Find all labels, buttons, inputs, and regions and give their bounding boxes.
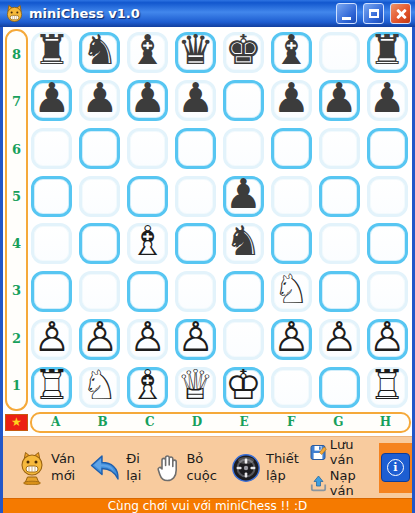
rank-label-5: 5 [7, 173, 26, 220]
square-surface-e3 [223, 271, 264, 312]
load-game-label: Nạp ván [330, 468, 375, 498]
rank-label-1: 1 [7, 362, 26, 409]
square-a4[interactable] [28, 220, 76, 268]
board-area: 87654321 ♜♞♝♛♚♝♜♟♟♟♟♟♟♟♟♗♞♘♙♙♙♙♙♙♙♖♘♗♕♔♖ [3, 27, 412, 411]
piece-black-b-f8[interactable]: ♝ [273, 30, 310, 71]
square-e4[interactable]: ♞ [220, 220, 268, 268]
square-h6[interactable] [363, 125, 411, 173]
square-surface-b1: ♘ [79, 367, 120, 408]
square-surface-c6 [127, 128, 168, 169]
rank-label-7: 7 [7, 78, 26, 125]
maximize-button[interactable] [363, 3, 384, 24]
piece-white-b-c4[interactable]: ♗ [129, 221, 166, 262]
square-surface-g6 [319, 128, 360, 169]
square-d2[interactable]: ♙ [172, 316, 220, 364]
save-game-button[interactable]: Lưu ván [310, 437, 375, 467]
square-h7[interactable]: ♟ [363, 77, 411, 125]
square-surface-f2: ♙ [271, 319, 312, 360]
square-d4[interactable] [172, 220, 220, 268]
square-f8[interactable]: ♝ [267, 29, 315, 77]
piece-white-n-b1[interactable]: ♘ [81, 365, 118, 406]
square-surface-c4: ♗ [127, 223, 168, 264]
piece-white-p-g2[interactable]: ♙ [321, 317, 358, 358]
undo-label-line1: Đi [126, 451, 141, 468]
square-b1[interactable]: ♘ [76, 363, 124, 411]
square-f1[interactable] [267, 363, 315, 411]
square-surface-a5 [31, 176, 72, 217]
square-h1[interactable]: ♖ [363, 363, 411, 411]
square-d5[interactable] [172, 172, 220, 220]
square-a2[interactable]: ♙ [28, 316, 76, 364]
square-surface-g2: ♙ [319, 319, 360, 360]
resign-button[interactable]: Bỏ cuộc [148, 437, 224, 498]
square-surface-f6 [271, 128, 312, 169]
square-surface-e7 [223, 80, 264, 121]
piece-white-k-e1[interactable]: ♔ [225, 365, 262, 406]
square-h8[interactable]: ♜ [363, 29, 411, 77]
square-surface-b7: ♟ [79, 80, 120, 121]
settings-label-line1: Thiết [266, 451, 299, 468]
square-g6[interactable] [315, 125, 363, 173]
minimize-button[interactable] [336, 3, 357, 24]
file-label-h: H [362, 414, 409, 431]
save-floppy-icon [310, 444, 327, 461]
square-surface-d3 [175, 271, 216, 312]
square-surface-e8: ♚ [223, 32, 264, 73]
close-button[interactable] [390, 3, 411, 24]
square-f3[interactable]: ♘ [267, 268, 315, 316]
square-b4[interactable] [76, 220, 124, 268]
square-d8[interactable]: ♛ [172, 29, 220, 77]
piece-black-p-a7[interactable]: ♟ [34, 78, 71, 119]
square-c5[interactable] [124, 172, 172, 220]
minimize-icon [342, 17, 351, 20]
square-surface-f1 [271, 367, 312, 408]
square-f2[interactable]: ♙ [267, 316, 315, 364]
rank-label-8: 8 [7, 31, 26, 78]
cat-face-icon [5, 4, 24, 23]
square-surface-e5: ♟ [223, 176, 264, 217]
square-surface-f5 [271, 176, 312, 217]
square-f4[interactable] [267, 220, 315, 268]
file-label-b: B [79, 414, 126, 431]
square-surface-c3 [127, 271, 168, 312]
file-strip: ★ ABCDEFGH [3, 411, 412, 436]
square-e5[interactable]: ♟ [220, 172, 268, 220]
square-surface-h5 [367, 176, 408, 217]
settings-label-line2: lập [266, 468, 299, 485]
save-game-label: Lưu ván [330, 437, 375, 467]
new-game-label-line1: Ván [51, 451, 75, 468]
piece-white-p-b2[interactable]: ♙ [81, 317, 118, 358]
vietnam-flag-star-icon: ★ [5, 414, 28, 431]
undo-move-button[interactable]: Đi lại [82, 437, 148, 498]
piece-black-p-b7[interactable]: ♟ [81, 78, 118, 119]
square-h5[interactable] [363, 172, 411, 220]
square-surface-a6 [31, 128, 72, 169]
square-surface-f4 [271, 223, 312, 264]
square-surface-c5 [127, 176, 168, 217]
new-game-label-line2: mới [51, 468, 75, 485]
piece-black-p-d7[interactable]: ♟ [177, 78, 214, 119]
square-surface-d6 [175, 128, 216, 169]
square-b8[interactable]: ♞ [76, 29, 124, 77]
square-f6[interactable] [267, 125, 315, 173]
square-c8[interactable]: ♝ [124, 29, 172, 77]
square-c3[interactable] [124, 268, 172, 316]
flag-star: ★ [11, 416, 22, 428]
square-surface-a1: ♖ [31, 367, 72, 408]
square-g2[interactable]: ♙ [315, 316, 363, 364]
square-d7[interactable]: ♟ [172, 77, 220, 125]
hand-stop-icon [155, 453, 181, 483]
knight-cat-icon [18, 451, 46, 485]
square-g8[interactable] [315, 29, 363, 77]
square-a8[interactable]: ♜ [28, 29, 76, 77]
piece-white-q-d1[interactable]: ♕ [177, 365, 214, 406]
square-b5[interactable] [76, 172, 124, 220]
square-surface-g7: ♟ [319, 80, 360, 121]
square-f7[interactable]: ♟ [267, 77, 315, 125]
square-surface-b4 [79, 223, 120, 264]
square-surface-e1: ♔ [223, 367, 264, 408]
square-surface-h1: ♖ [367, 367, 408, 408]
piece-white-p-d2[interactable]: ♙ [177, 317, 214, 358]
square-surface-d2: ♙ [175, 319, 216, 360]
square-surface-c7: ♟ [127, 80, 168, 121]
square-a1[interactable]: ♖ [28, 363, 76, 411]
square-surface-c8: ♝ [127, 32, 168, 73]
load-tray-icon [310, 475, 327, 492]
status-bar: Cùng chơi vui với miniChess !! :D [3, 498, 412, 513]
resign-label-line2: cuộc [186, 468, 217, 485]
square-surface-a8: ♜ [31, 32, 72, 73]
piece-white-b-c1[interactable]: ♗ [129, 365, 166, 406]
chess-board: ♜♞♝♛♚♝♜♟♟♟♟♟♟♟♟♗♞♘♙♙♙♙♙♙♙♖♘♗♕♔♖ [28, 29, 411, 411]
square-surface-a7: ♟ [31, 80, 72, 121]
square-a3[interactable] [28, 268, 76, 316]
square-surface-f3: ♘ [271, 271, 312, 312]
square-c6[interactable] [124, 125, 172, 173]
square-surface-b3 [79, 271, 120, 312]
square-h2[interactable]: ♙ [363, 316, 411, 364]
square-surface-d5 [175, 176, 216, 217]
square-d3[interactable] [172, 268, 220, 316]
square-surface-b6 [79, 128, 120, 169]
rank-label-2: 2 [7, 315, 26, 362]
square-surface-d1: ♕ [175, 367, 216, 408]
close-icon [395, 8, 407, 20]
square-h4[interactable] [363, 220, 411, 268]
square-surface-h8: ♜ [367, 32, 408, 73]
info-icon: i [387, 459, 404, 476]
piece-white-p-f2[interactable]: ♙ [273, 317, 310, 358]
resign-label-line1: Bỏ [186, 451, 217, 468]
square-surface-f8: ♝ [271, 32, 312, 73]
square-surface-c1: ♗ [127, 367, 168, 408]
piece-black-p-g7[interactable]: ♟ [321, 78, 358, 119]
square-surface-b8: ♞ [79, 32, 120, 73]
file-label-e: E [221, 414, 268, 431]
square-c2[interactable]: ♙ [124, 316, 172, 364]
square-a6[interactable] [28, 125, 76, 173]
square-surface-d4 [175, 223, 216, 264]
square-surface-b5 [79, 176, 120, 217]
square-a5[interactable] [28, 172, 76, 220]
square-surface-d8: ♛ [175, 32, 216, 73]
square-surface-e4: ♞ [223, 223, 264, 264]
rank-label-3: 3 [7, 267, 26, 314]
gamepad-knob-icon [231, 453, 261, 483]
square-f5[interactable] [267, 172, 315, 220]
square-c1[interactable]: ♗ [124, 363, 172, 411]
square-e2[interactable] [220, 316, 268, 364]
piece-black-n-e4[interactable]: ♞ [225, 221, 262, 262]
piece-black-r-a8[interactable]: ♜ [34, 30, 71, 71]
square-surface-h3 [367, 271, 408, 312]
square-surface-g3 [319, 271, 360, 312]
maximize-icon [369, 9, 379, 18]
piece-black-q-d8[interactable]: ♛ [177, 30, 214, 71]
app-window: miniChess v1.0 87654321 ♜♞♝♛♚♝♜♟♟♟♟♟♟♟♟♗… [0, 0, 415, 513]
file-label-a: A [32, 414, 79, 431]
square-g4[interactable] [315, 220, 363, 268]
piece-black-p-c7[interactable]: ♟ [129, 78, 166, 119]
square-surface-g5 [319, 176, 360, 217]
square-surface-e2 [223, 319, 264, 360]
square-surface-h2: ♙ [367, 319, 408, 360]
piece-black-r-h8[interactable]: ♜ [369, 30, 406, 71]
file-label-g: G [315, 414, 362, 431]
square-c4[interactable]: ♗ [124, 220, 172, 268]
square-surface-g1 [319, 367, 360, 408]
square-surface-h7: ♟ [367, 80, 408, 121]
square-a7[interactable]: ♟ [28, 77, 76, 125]
piece-white-p-h2[interactable]: ♙ [369, 317, 406, 358]
square-surface-c2: ♙ [127, 319, 168, 360]
settings-button[interactable]: Thiết lập [224, 437, 306, 498]
piece-white-r-a1[interactable]: ♖ [34, 365, 71, 406]
save-load-group: Lưu ván Nạp ván [306, 437, 379, 498]
square-b2[interactable]: ♙ [76, 316, 124, 364]
square-e8[interactable]: ♚ [220, 29, 268, 77]
square-e7[interactable] [220, 77, 268, 125]
piece-white-p-c2[interactable]: ♙ [129, 317, 166, 358]
status-text: Cùng chơi vui với miniChess !! :D [108, 499, 308, 513]
undo-label-line2: lại [126, 468, 141, 485]
square-surface-a4 [31, 223, 72, 264]
file-label-f: F [268, 414, 315, 431]
square-g7[interactable]: ♟ [315, 77, 363, 125]
square-b3[interactable] [76, 268, 124, 316]
piece-white-r-h1[interactable]: ♖ [369, 365, 406, 406]
rank-labels: 87654321 [5, 29, 28, 411]
rank-label-4: 4 [7, 220, 26, 267]
square-g3[interactable] [315, 268, 363, 316]
info-section: i [379, 443, 412, 493]
piece-black-b-c8[interactable]: ♝ [129, 30, 166, 71]
file-label-c: C [126, 414, 173, 431]
square-e1[interactable]: ♔ [220, 363, 268, 411]
square-g5[interactable] [315, 172, 363, 220]
square-e6[interactable] [220, 125, 268, 173]
square-surface-g8 [319, 32, 360, 73]
window-title: miniChess v1.0 [29, 6, 330, 21]
square-surface-h4 [367, 223, 408, 264]
square-h3[interactable] [363, 268, 411, 316]
square-surface-a2: ♙ [31, 319, 72, 360]
titlebar: miniChess v1.0 [0, 0, 415, 27]
square-surface-a3 [31, 271, 72, 312]
square-surface-f7: ♟ [271, 80, 312, 121]
square-surface-d7: ♟ [175, 80, 216, 121]
piece-black-p-e5[interactable]: ♟ [225, 174, 262, 215]
square-b6[interactable] [76, 125, 124, 173]
file-label-d: D [173, 414, 220, 431]
square-surface-h6 [367, 128, 408, 169]
piece-black-k-e8[interactable]: ♚ [225, 30, 262, 71]
square-surface-b2: ♙ [79, 319, 120, 360]
square-g1[interactable] [315, 363, 363, 411]
info-button[interactable]: i [381, 453, 410, 482]
piece-black-p-f7[interactable]: ♟ [273, 78, 310, 119]
rank-label-6: 6 [7, 126, 26, 173]
undo-arrow-icon [89, 454, 121, 482]
load-game-button[interactable]: Nạp ván [310, 468, 375, 498]
square-b7[interactable]: ♟ [76, 77, 124, 125]
new-game-button[interactable]: Ván mới [11, 437, 82, 498]
square-d6[interactable] [172, 125, 220, 173]
file-labels: ABCDEFGH [30, 412, 411, 433]
piece-white-p-a2[interactable]: ♙ [34, 317, 71, 358]
piece-white-n-f3[interactable]: ♘ [273, 269, 310, 310]
square-surface-g4 [319, 223, 360, 264]
square-e3[interactable] [220, 268, 268, 316]
toolbar: Ván mới Đi lại Bỏ [3, 436, 412, 498]
piece-black-p-h7[interactable]: ♟ [369, 78, 406, 119]
square-surface-e6 [223, 128, 264, 169]
square-d1[interactable]: ♕ [172, 363, 220, 411]
piece-black-n-b8[interactable]: ♞ [81, 30, 118, 71]
square-c7[interactable]: ♟ [124, 77, 172, 125]
